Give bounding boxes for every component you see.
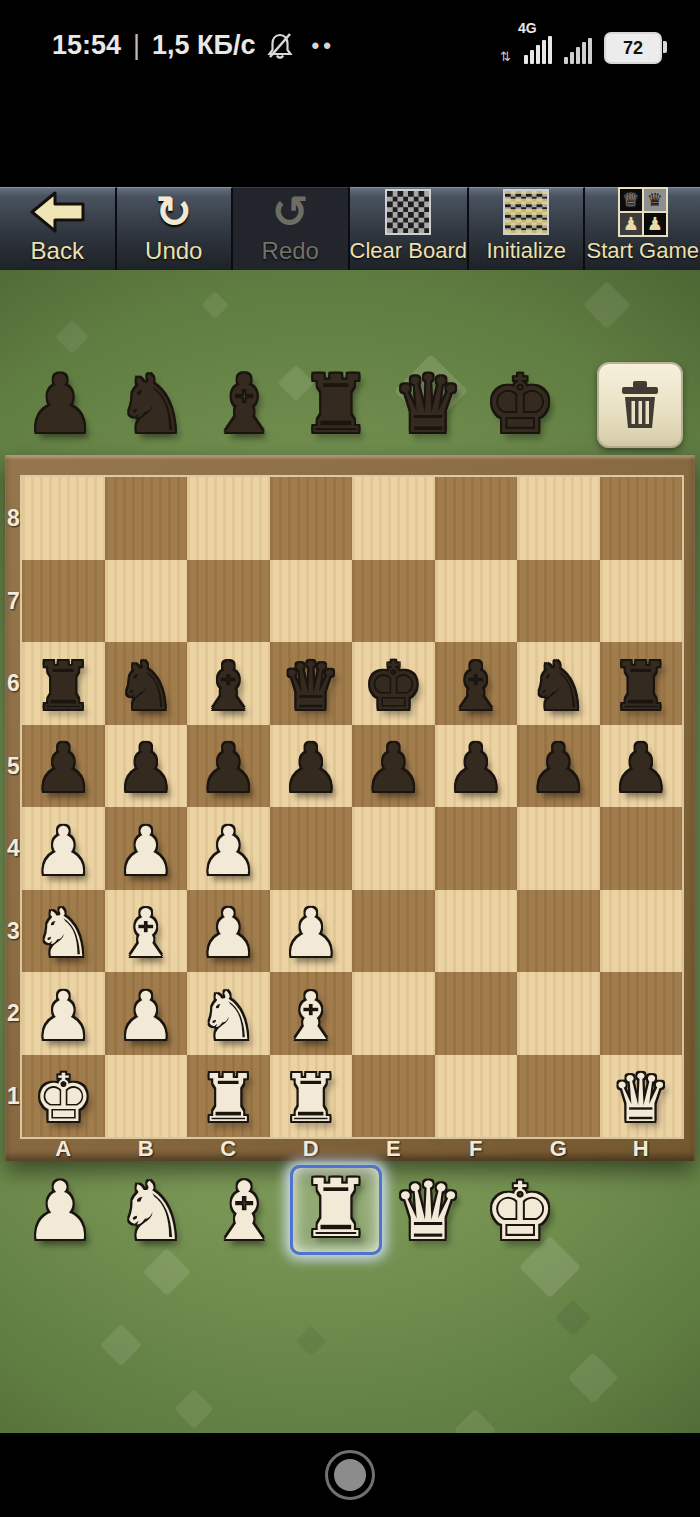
white-piece-palette: ♟♞♝♜♛♚: [14, 1165, 566, 1255]
file-label-d: D: [270, 1137, 353, 1161]
network-type-label: 4G: [518, 20, 537, 36]
file-label-a: A: [22, 1137, 105, 1161]
piece-white-p-c4: ♟: [199, 814, 258, 890]
piece-black-b-c6: ♝: [199, 649, 258, 725]
piece-white-n-a3: ♞: [34, 896, 93, 972]
square-d5[interactable]: ♟: [270, 725, 353, 808]
square-e5[interactable]: ♟: [352, 725, 435, 808]
square-e2[interactable]: [352, 972, 435, 1055]
square-a5[interactable]: ♟: [22, 725, 105, 808]
square-g7[interactable]: [517, 560, 600, 643]
square-b3[interactable]: ♝: [105, 890, 188, 973]
square-c6[interactable]: ♝: [187, 642, 270, 725]
palette-white-rook-selected[interactable]: ♜: [290, 1165, 382, 1255]
square-b5[interactable]: ♟: [105, 725, 188, 808]
square-a6[interactable]: ♜: [22, 642, 105, 725]
black-queen-glyph: ♛: [392, 362, 464, 448]
square-e8[interactable]: [352, 477, 435, 560]
square-b2[interactable]: ♟: [105, 972, 188, 1055]
file-label-e: E: [352, 1137, 435, 1161]
square-h7[interactable]: [600, 560, 683, 643]
palette-black-knight[interactable]: ♞: [106, 358, 198, 448]
battery-icon: 72: [604, 32, 662, 64]
black-bishop-glyph: ♝: [208, 362, 280, 448]
square-e7[interactable]: [352, 560, 435, 643]
square-c5[interactable]: ♟: [187, 725, 270, 808]
back-arrow-icon: [29, 188, 85, 236]
piece-black-p-g5: ♟: [529, 731, 588, 807]
square-e4[interactable]: [352, 807, 435, 890]
square-f4[interactable]: [435, 807, 518, 890]
palette-white-bishop[interactable]: ♝: [198, 1165, 290, 1255]
rank-label-1: 1: [5, 1055, 22, 1138]
file-label-b: B: [105, 1137, 188, 1161]
status-bar: 15:54 | 1,5 КБ/с •• ⇅ 4G 72: [0, 0, 700, 90]
square-e3[interactable]: [352, 890, 435, 973]
black-pawn-glyph: ♟: [24, 362, 96, 448]
empty-board-icon: [385, 189, 431, 235]
square-f7[interactable]: [435, 560, 518, 643]
undo-arrow-icon: ↻: [155, 190, 192, 234]
square-b1[interactable]: [105, 1055, 188, 1138]
square-d4[interactable]: [270, 807, 353, 890]
clock: 15:54: [52, 30, 121, 61]
square-g4[interactable]: [517, 807, 600, 890]
notification-dots: ••: [312, 33, 335, 59]
square-a4[interactable]: ♟: [22, 807, 105, 890]
white-king-glyph: ♚: [484, 1169, 556, 1255]
piece-white-b-d2: ♝: [281, 979, 340, 1055]
palette-black-rook[interactable]: ♜: [290, 358, 382, 448]
battery-percent: 72: [623, 38, 643, 59]
square-g8[interactable]: [517, 477, 600, 560]
square-c8[interactable]: [187, 477, 270, 560]
square-f1[interactable]: [435, 1055, 518, 1138]
start-game-button[interactable]: ♛♛♟♟ Start Game: [585, 187, 700, 270]
palette-black-king[interactable]: ♚: [474, 358, 566, 448]
white-knight-glyph: ♞: [116, 1169, 188, 1255]
square-e1[interactable]: [352, 1055, 435, 1138]
square-g3[interactable]: [517, 890, 600, 973]
palette-white-pawn[interactable]: ♟: [14, 1165, 106, 1255]
trash-icon: [617, 378, 663, 432]
status-separator: |: [133, 30, 140, 61]
square-h5[interactable]: ♟: [600, 725, 683, 808]
piece-black-p-a5: ♟: [34, 731, 93, 807]
piece-black-n-g6: ♞: [529, 649, 588, 725]
rank-label-2: 2: [5, 972, 22, 1055]
square-c1[interactable]: ♜: [187, 1055, 270, 1138]
white-queen-glyph: ♛: [392, 1169, 464, 1255]
square-h4[interactable]: [600, 807, 683, 890]
piece-black-k-e6: ♚: [364, 649, 423, 725]
signal-bars-2-icon: [564, 36, 592, 64]
back-label: Back: [31, 236, 84, 266]
piece-black-q-d6: ♛: [281, 649, 340, 725]
square-h6[interactable]: ♜: [600, 642, 683, 725]
square-e6[interactable]: ♚: [352, 642, 435, 725]
square-b6[interactable]: ♞: [105, 642, 188, 725]
rank-label-6: 6: [5, 642, 22, 725]
square-d8[interactable]: [270, 477, 353, 560]
piece-white-p-b4: ♟: [116, 814, 175, 890]
square-g6[interactable]: ♞: [517, 642, 600, 725]
white-pawn-glyph: ♟: [24, 1169, 96, 1255]
square-d1[interactable]: ♜: [270, 1055, 353, 1138]
piece-white-p-d3: ♟: [281, 896, 340, 972]
square-h3[interactable]: [600, 890, 683, 973]
palette-black-pawn[interactable]: ♟: [14, 358, 106, 448]
square-f6[interactable]: ♝: [435, 642, 518, 725]
square-g5[interactable]: ♟: [517, 725, 600, 808]
file-label-f: F: [435, 1137, 518, 1161]
square-d7[interactable]: [270, 560, 353, 643]
rank-label-3: 3: [5, 890, 22, 973]
piece-white-p-a4: ♟: [34, 814, 93, 890]
undo-button[interactable]: ↻ Undo: [117, 187, 234, 270]
redo-arrow-icon: ↺: [272, 190, 309, 234]
square-a7[interactable]: [22, 560, 105, 643]
piece-white-n-c2: ♞: [199, 979, 258, 1055]
undo-label: Undo: [145, 236, 202, 266]
square-h2[interactable]: [600, 972, 683, 1055]
clear-board-label: Clear Board: [350, 236, 467, 266]
signal-bars-icon: [524, 36, 552, 64]
rank-label-5: 5: [5, 725, 22, 808]
rank-label-8: 8: [5, 477, 22, 560]
rank-labels: 87654321: [5, 477, 22, 1137]
square-c4[interactable]: ♟: [187, 807, 270, 890]
palette-black-bishop[interactable]: ♝: [198, 358, 290, 448]
piece-white-r-c1: ♜: [199, 1061, 258, 1137]
square-c3[interactable]: ♟: [187, 890, 270, 973]
file-labels: ABCDEFGH: [22, 1137, 682, 1161]
redo-label: Redo: [262, 236, 319, 266]
start-game-label: Start Game: [586, 236, 698, 266]
white-bishop-glyph: ♝: [208, 1169, 280, 1255]
piece-black-b-f6: ♝: [446, 649, 505, 725]
square-c2[interactable]: ♞: [187, 972, 270, 1055]
piece-white-b-b3: ♝: [116, 896, 175, 972]
initialize-label: Initialize: [486, 236, 565, 266]
palette-black-queen[interactable]: ♛: [382, 358, 474, 448]
square-f8[interactable]: [435, 477, 518, 560]
square-h1[interactable]: ♛: [600, 1055, 683, 1138]
piece-black-p-h5: ♟: [611, 731, 670, 807]
square-g2[interactable]: [517, 972, 600, 1055]
piece-white-q-h1: ♛: [611, 1061, 670, 1137]
square-b8[interactable]: [105, 477, 188, 560]
square-b4[interactable]: ♟: [105, 807, 188, 890]
square-d3[interactable]: ♟: [270, 890, 353, 973]
piece-black-p-c5: ♟: [199, 731, 258, 807]
start-game-pieces-icon: ♛♛♟♟: [618, 187, 668, 237]
back-button[interactable]: Back: [0, 187, 117, 270]
piece-black-r-h6: ♜: [611, 649, 670, 725]
square-f5[interactable]: ♟: [435, 725, 518, 808]
palette-white-knight[interactable]: ♞: [106, 1165, 198, 1255]
board-squares: ♜♞♝♛♚♝♞♜♟♟♟♟♟♟♟♟♟♟♟♞♝♟♟♟♟♞♝♚♜♜♛: [22, 477, 682, 1137]
piece-black-p-e5: ♟: [364, 731, 423, 807]
piece-black-r-a6: ♜: [34, 649, 93, 725]
square-a1[interactable]: ♚: [22, 1055, 105, 1138]
square-c7[interactable]: [187, 560, 270, 643]
home-button-icon: [334, 1459, 366, 1491]
white-rook-glyph: ♜: [300, 1166, 372, 1252]
chess-board: 87654321 ♜♞♝♛♚♝♞♜♟♟♟♟♟♟♟♟♟♟♟♞♝♟♟♟♟♞♝♚♜♜♛…: [5, 455, 695, 1161]
piece-white-k-a1: ♚: [34, 1061, 93, 1137]
toolbar: Back ↻ Undo ↺ Redo Clear Board Initializ…: [0, 187, 700, 270]
rank-label-7: 7: [5, 560, 22, 643]
muted-bell-icon: [266, 31, 294, 61]
delete-piece-button[interactable]: [597, 362, 683, 448]
square-a8[interactable]: [22, 477, 105, 560]
android-navigation-bar: [0, 1433, 700, 1517]
clear-board-button[interactable]: Clear Board: [350, 187, 469, 270]
redo-button: ↺ Redo: [233, 187, 350, 270]
black-king-glyph: ♚: [484, 362, 556, 448]
square-b7[interactable]: [105, 560, 188, 643]
palette-white-queen[interactable]: ♛: [382, 1165, 474, 1255]
piece-white-p-a2: ♟: [34, 979, 93, 1055]
piece-black-p-b5: ♟: [116, 731, 175, 807]
file-label-c: C: [187, 1137, 270, 1161]
square-h8[interactable]: [600, 477, 683, 560]
data-transfer-icon: ⇅: [500, 49, 511, 64]
file-label-h: H: [600, 1137, 683, 1161]
initial-position-board-icon: [503, 189, 549, 235]
black-piece-palette: ♟♞♝♜♛♚: [14, 358, 566, 448]
piece-black-p-f5: ♟: [446, 731, 505, 807]
black-knight-glyph: ♞: [116, 362, 188, 448]
square-f3[interactable]: [435, 890, 518, 973]
square-a2[interactable]: ♟: [22, 972, 105, 1055]
file-label-g: G: [517, 1137, 600, 1161]
home-button[interactable]: [325, 1450, 375, 1500]
piece-white-r-d1: ♜: [281, 1061, 340, 1137]
square-d6[interactable]: ♛: [270, 642, 353, 725]
square-g1[interactable]: [517, 1055, 600, 1138]
black-rook-glyph: ♜: [300, 362, 372, 448]
initialize-button[interactable]: Initialize: [469, 187, 586, 270]
square-a3[interactable]: ♞: [22, 890, 105, 973]
square-f2[interactable]: [435, 972, 518, 1055]
rank-label-4: 4: [5, 807, 22, 890]
square-d2[interactable]: ♝: [270, 972, 353, 1055]
palette-white-king[interactable]: ♚: [474, 1165, 566, 1255]
piece-black-n-b6: ♞: [116, 649, 175, 725]
net-speed: 1,5 КБ/с: [152, 30, 255, 61]
piece-white-p-c3: ♟: [199, 896, 258, 972]
piece-white-p-b2: ♟: [116, 979, 175, 1055]
piece-black-p-d5: ♟: [281, 731, 340, 807]
